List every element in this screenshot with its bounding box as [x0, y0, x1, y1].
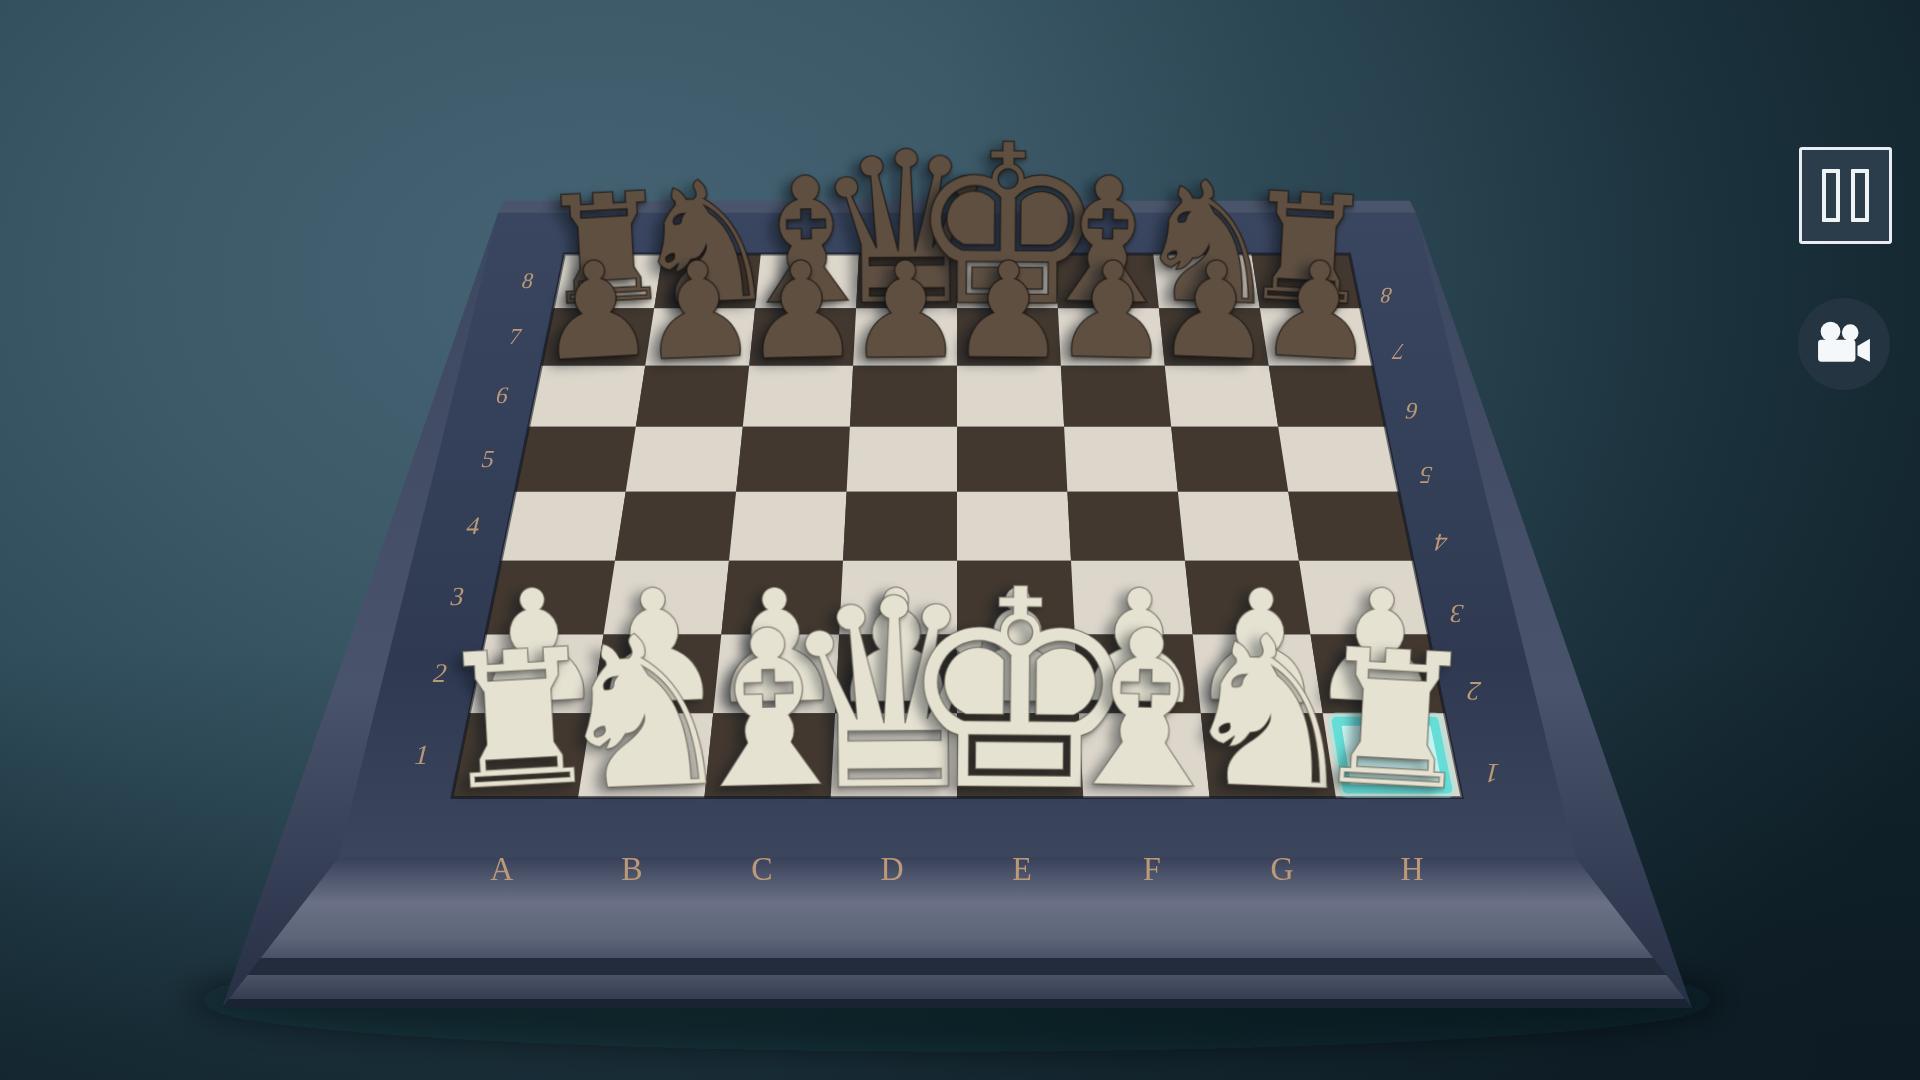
file-label-a: A [490, 850, 513, 887]
piece-black-pawn-h7[interactable]: ♟ [1255, 242, 1381, 381]
square-h4[interactable] [1288, 492, 1413, 561]
file-label-g: G [1270, 850, 1293, 887]
base-groove [248, 958, 1667, 975]
base-bevel [261, 858, 1653, 958]
file-label-e: E [1012, 850, 1032, 887]
video-camera-icon [1816, 321, 1872, 367]
file-label-h: H [1401, 850, 1424, 887]
square-b4[interactable] [615, 492, 736, 561]
file-label-f: F [1143, 850, 1161, 887]
square-a5[interactable] [515, 427, 636, 492]
pause-button[interactable] [1799, 147, 1892, 244]
square-e5[interactable] [957, 427, 1067, 492]
base-lip [229, 975, 1685, 999]
square-g4[interactable] [1178, 492, 1299, 561]
square-b5[interactable] [626, 427, 743, 492]
square-c5[interactable] [736, 427, 850, 492]
file-label-b: B [621, 850, 642, 887]
camera-button[interactable] [1798, 298, 1890, 390]
square-f5[interactable] [1064, 427, 1178, 492]
square-h5[interactable] [1278, 427, 1399, 492]
square-a4[interactable] [501, 492, 626, 561]
square-g5[interactable] [1171, 427, 1288, 492]
square-d5[interactable] [847, 427, 957, 492]
file-label-c: C [751, 850, 772, 887]
pause-icon [1822, 169, 1869, 222]
game-scene: 8877665544332211ABCDEFGH ♜♞♝♛♚♝♞♜♟♟♟♟♟♟♟… [0, 0, 1920, 1080]
base-bottom-edge [222, 999, 1692, 1008]
piece-white-rook-h1[interactable]: ♜ [1307, 623, 1484, 818]
file-label-d: D [880, 850, 903, 887]
